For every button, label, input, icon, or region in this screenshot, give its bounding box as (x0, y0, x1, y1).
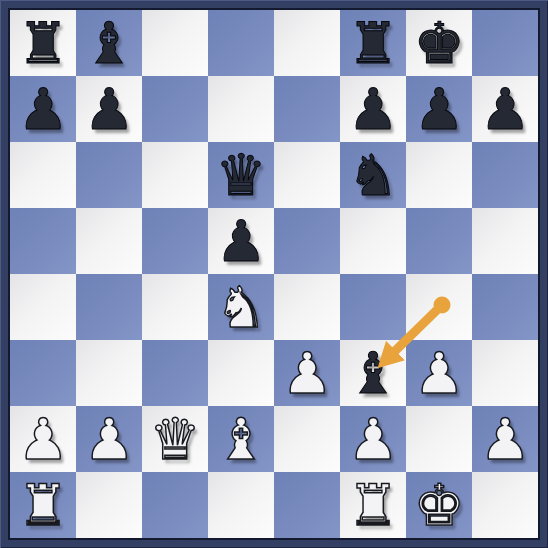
black-knight[interactable]: ♞ (340, 142, 406, 208)
square-g7[interactable]: ♟ (406, 76, 472, 142)
black-queen[interactable]: ♛ (208, 142, 274, 208)
square-e6[interactable] (274, 142, 340, 208)
square-d6[interactable]: ♛ (208, 142, 274, 208)
square-c8[interactable] (142, 10, 208, 76)
square-a1[interactable]: ♜ (10, 472, 76, 538)
square-d7[interactable] (208, 76, 274, 142)
white-pawn[interactable]: ♟ (274, 340, 340, 406)
white-knight[interactable]: ♞ (208, 274, 274, 340)
square-h6[interactable] (472, 142, 538, 208)
square-d5[interactable]: ♟ (208, 208, 274, 274)
square-b8[interactable]: ♝ (76, 10, 142, 76)
white-rook[interactable]: ♜ (340, 472, 406, 538)
square-c6[interactable] (142, 142, 208, 208)
white-rook[interactable]: ♜ (10, 472, 76, 538)
square-b2[interactable]: ♟ (76, 406, 142, 472)
square-e2[interactable] (274, 406, 340, 472)
square-h8[interactable] (472, 10, 538, 76)
square-c1[interactable] (142, 472, 208, 538)
square-d4[interactable]: ♞ (208, 274, 274, 340)
white-queen[interactable]: ♛ (142, 406, 208, 472)
square-f2[interactable]: ♟ (340, 406, 406, 472)
square-e7[interactable] (274, 76, 340, 142)
square-h2[interactable]: ♟ (472, 406, 538, 472)
white-bishop[interactable]: ♝ (208, 406, 274, 472)
square-f6[interactable]: ♞ (340, 142, 406, 208)
square-g1[interactable]: ♚ (406, 472, 472, 538)
black-rook[interactable]: ♜ (10, 10, 76, 76)
black-pawn[interactable]: ♟ (340, 76, 406, 142)
black-pawn[interactable]: ♟ (472, 76, 538, 142)
board-frame: ♜♝♜♚♟♟♟♟♟♛♞♟♞♟♝♟♟♟♛♝♟♟♜♜♚ (0, 0, 548, 548)
square-h3[interactable] (472, 340, 538, 406)
chess-board: ♜♝♜♚♟♟♟♟♟♛♞♟♞♟♝♟♟♟♛♝♟♟♜♜♚ (10, 10, 538, 538)
white-pawn[interactable]: ♟ (340, 406, 406, 472)
square-f8[interactable]: ♜ (340, 10, 406, 76)
square-a3[interactable] (10, 340, 76, 406)
black-pawn[interactable]: ♟ (76, 76, 142, 142)
square-g8[interactable]: ♚ (406, 10, 472, 76)
square-h1[interactable] (472, 472, 538, 538)
square-g4[interactable] (406, 274, 472, 340)
square-h4[interactable] (472, 274, 538, 340)
square-c2[interactable]: ♛ (142, 406, 208, 472)
square-g2[interactable] (406, 406, 472, 472)
white-pawn[interactable]: ♟ (472, 406, 538, 472)
square-f7[interactable]: ♟ (340, 76, 406, 142)
black-pawn[interactable]: ♟ (10, 76, 76, 142)
square-a2[interactable]: ♟ (10, 406, 76, 472)
square-a6[interactable] (10, 142, 76, 208)
square-b5[interactable] (76, 208, 142, 274)
square-g3[interactable]: ♟ (406, 340, 472, 406)
square-a4[interactable] (10, 274, 76, 340)
black-pawn[interactable]: ♟ (406, 76, 472, 142)
square-b4[interactable] (76, 274, 142, 340)
square-b7[interactable]: ♟ (76, 76, 142, 142)
square-h7[interactable]: ♟ (472, 76, 538, 142)
white-king[interactable]: ♚ (406, 472, 472, 538)
white-pawn[interactable]: ♟ (76, 406, 142, 472)
square-g5[interactable] (406, 208, 472, 274)
black-rook[interactable]: ♜ (340, 10, 406, 76)
black-pawn[interactable]: ♟ (208, 208, 274, 274)
square-f3[interactable]: ♝ (340, 340, 406, 406)
square-e3[interactable]: ♟ (274, 340, 340, 406)
square-a7[interactable]: ♟ (10, 76, 76, 142)
square-f4[interactable] (340, 274, 406, 340)
square-f5[interactable] (340, 208, 406, 274)
square-b6[interactable] (76, 142, 142, 208)
square-e5[interactable] (274, 208, 340, 274)
square-c3[interactable] (142, 340, 208, 406)
black-bishop[interactable]: ♝ (76, 10, 142, 76)
square-d1[interactable] (208, 472, 274, 538)
square-a5[interactable] (10, 208, 76, 274)
square-c5[interactable] (142, 208, 208, 274)
square-b3[interactable] (76, 340, 142, 406)
square-e4[interactable] (274, 274, 340, 340)
black-king[interactable]: ♚ (406, 10, 472, 76)
square-e8[interactable] (274, 10, 340, 76)
square-a8[interactable]: ♜ (10, 10, 76, 76)
square-d8[interactable] (208, 10, 274, 76)
square-c4[interactable] (142, 274, 208, 340)
square-f1[interactable]: ♜ (340, 472, 406, 538)
square-d3[interactable] (208, 340, 274, 406)
square-c7[interactable] (142, 76, 208, 142)
square-h5[interactable] (472, 208, 538, 274)
square-b1[interactable] (76, 472, 142, 538)
white-pawn[interactable]: ♟ (406, 340, 472, 406)
black-bishop[interactable]: ♝ (340, 340, 406, 406)
square-e1[interactable] (274, 472, 340, 538)
square-d2[interactable]: ♝ (208, 406, 274, 472)
white-pawn[interactable]: ♟ (10, 406, 76, 472)
square-g6[interactable] (406, 142, 472, 208)
